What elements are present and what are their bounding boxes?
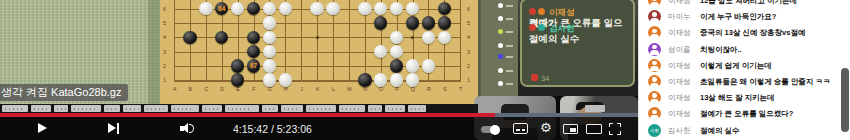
strip-dot [498,29,503,34]
avatar-body [650,66,658,71]
row-label-right: 2 [467,63,470,69]
avatar-head [652,93,657,98]
white-stone [422,59,436,73]
overlay-count: 34 [541,74,549,83]
autoplay-knob [490,125,500,135]
column-label: S [441,86,448,92]
white-stone [231,2,245,16]
go-app-toolbar-button[interactable] [104,105,120,112]
column-label: M [346,86,353,92]
avatar-head [652,61,657,66]
volume-button[interactable] [180,123,194,134]
chat-message-row[interactable]: 이재성13살 해도 잘 지키는데 [639,90,850,106]
column-label: R [425,86,432,92]
tatami-seam [148,0,160,104]
go-app-toolbar-button[interactable] [54,105,68,112]
avatar [648,59,661,72]
black-stone [247,2,261,16]
overlay-chat-zone: 34 이재성절예가 큰 오류를 일으켰다?김사헌절예의 실수 [518,0,638,96]
analysis-side-strip [478,0,518,96]
white-stone [199,2,213,16]
go-app-toolbar-button[interactable] [123,105,141,112]
white-stone [422,31,436,45]
go-app-toolbar-button[interactable] [368,105,382,112]
avatar-body [650,2,658,7]
strip-tick-label [506,18,513,20]
video-player[interactable]: 생각 켜짐 KataGo28b.gz ABCDEFGHJKLMNOPQRST11… [0,0,638,140]
go-app-toolbar-button[interactable] [585,105,605,112]
row-label-left: 3 [163,49,166,55]
strip-dot [498,16,503,21]
theater-mode-button[interactable] [586,124,602,134]
avatar-head [652,0,657,1]
avatar [648,43,661,56]
chat-message-text: 12급 깜도 쳐버리고 이기는데 [700,0,797,8]
move-number-label: 67 [247,62,261,69]
autoplay-toggle[interactable] [481,126,498,133]
avatar [538,24,545,31]
black-stone [422,16,436,30]
chat-message-text: 치팅이잖아.. [700,42,742,57]
column-label: J [298,86,305,92]
chat-author-name: 이재성 [668,74,691,89]
row-label-left: 5 [163,20,166,26]
go-app-toolbar-button[interactable] [71,105,101,112]
avatar-body [650,18,658,23]
chat-message-text: 절예의 실수 [700,123,740,138]
youtube-watch-page: 생각 켜짐 KataGo28b.gz ABCDEFGHJKLMNOPQRST11… [0,0,850,140]
white-stone [390,73,404,87]
white-stone [310,2,324,16]
strip-tick-label [506,70,513,72]
go-board: ABCDEFGHJKLMNOPQRST1122334455666467 [160,0,478,104]
avatar [648,107,661,120]
avatar [648,0,661,7]
go-app-toolbar-button[interactable] [339,105,365,112]
chat-author-name: 이재성 [668,25,691,40]
avatar-head [652,29,657,34]
avatar-body [650,115,658,120]
black-stone [406,16,420,30]
white-stone [358,2,372,16]
black-stone [215,31,229,45]
avatar-head [652,77,657,82]
avatar: 사헌 [648,124,661,137]
spacer [529,33,626,37]
avatar [648,75,661,88]
avatar-body [650,83,658,88]
strip-dot [498,43,503,48]
black-stone [390,59,404,73]
white-stone [263,31,277,45]
next-triangle [108,123,116,133]
overlay-chat-header: 김사헌 [529,23,626,33]
spacer [529,17,626,21]
chat-message-row[interactable]: 마이누이게 누구 바둑인가요? [639,9,850,25]
chat-message-row[interactable]: 이재성절예가 큰 오류를 일으켰다? [639,106,850,122]
chat-message-text: 중국의 13살 신예 장총창vs절예 [700,25,805,40]
white-stone [263,73,277,87]
chat-message-row[interactable]: 이재성12급 깜도 쳐버리고 이기는데 [639,0,850,9]
go-app-toolbar-button[interactable] [262,105,278,112]
row-label-left: 2 [163,63,166,69]
go-app-toolbar-button[interactable] [281,105,303,112]
white-stone [406,2,420,16]
white-stone [326,2,340,16]
chat-message-row[interactable]: 이재성이렇게 쉽게 이기는데 [639,58,850,74]
white-stone [390,31,404,45]
avatar [648,26,661,39]
chat-author-name: 김사헌 [668,123,691,138]
black-stone [231,73,245,87]
strip-dot [498,54,503,59]
strip-tick-label [506,45,513,47]
white-stone [406,59,420,73]
row-label-left: 4 [163,34,166,40]
avatar [648,91,661,104]
chat-message-row[interactable]: 이재성초일류들은 왜 이렇게 승률 안줄지 ㅋㅋ [639,74,850,90]
strip-tick-label [506,5,513,7]
chat-message-text: 절예가 큰 오류를 일으켰다? [700,106,793,121]
avatar-body [650,99,658,104]
strip-dot [498,68,503,73]
strip-tick-label [506,56,513,58]
black-stone [438,2,452,16]
chat-message-row[interactable]: 이재성중국의 13살 신예 장총창vs절예 [639,25,850,41]
row-label-right: 3 [467,49,470,55]
white-stone [406,73,420,87]
grid-line-vertical [460,0,461,81]
row-label-right: 5 [467,20,470,26]
live-dot-icon [529,8,536,15]
white-stone [390,2,404,16]
black-stone [183,31,197,45]
column-label: F [251,86,258,92]
chat-author-name: 마이누 [668,9,691,24]
avatar-head [652,12,657,17]
go-app-toolbar-button[interactable] [202,105,222,112]
avatar [648,10,661,23]
grid-line-horizontal [174,52,461,53]
chat-author-name: 이재성 [668,0,691,8]
play-button[interactable] [38,123,47,133]
speaker-wave [189,124,194,133]
white-stone [263,2,277,16]
engine-status-overlay: 생각 켜짐 KataGo28b.gz [0,84,128,101]
player-controls: 4:15:42 / 5:23:06 ⚙ [0,117,638,140]
avatar-body [650,34,658,39]
black-stone [247,45,261,59]
row-label-right: 6 [467,6,470,12]
strip-dot [498,81,503,86]
white-stone [374,73,388,87]
chat-scrollbar-thumb[interactable] [841,68,849,132]
white-stone [263,16,277,30]
column-label: A [171,86,178,92]
chat-author-name: 이재성 [668,58,691,73]
column-label: D [219,86,226,92]
chat-message-text: 13살 해도 잘 지키는데 [700,90,775,105]
white-stone [263,59,277,73]
white-stone [374,2,388,16]
go-app-toolbar-button[interactable] [225,105,259,112]
black-stone [231,59,245,73]
live-chat-panel: 이재성12급 깜도 쳐버리고 이기는데마이누이게 누구 바둑인가요?이재성중국의… [638,0,850,140]
go-app-toolbar-button[interactable] [144,105,168,112]
strip-edge [478,0,481,96]
overlay-chat-panel: 34 이재성절예가 큰 오류를 일으켰다?김사헌절예의 실수 [520,0,635,87]
time-display: 4:15:42 / 5:23:06 [233,123,312,135]
chat-message-row[interactable]: 사헌김사헌절예의 실수 [639,123,850,139]
star-point [411,36,414,39]
white-stone [263,45,277,59]
chat-message-row[interactable]: 성이름치팅이잖아.. [639,42,850,58]
avatar-head [652,110,657,115]
black-stone [247,31,261,45]
cap [501,104,529,113]
chat-message-text: 초일류들은 왜 이렇게 승률 안줄지 ㅋㅋ [700,74,830,89]
row-label-left: 6 [163,6,166,12]
speaker-cone [182,123,188,133]
grid-line-vertical [174,0,175,81]
row-label-left: 1 [163,77,166,83]
red-badge-icon [531,74,538,81]
row-label-right: 1 [467,77,470,83]
avatar-body [650,50,658,55]
live-dot-icon [529,24,536,31]
column-label: B [187,86,194,92]
column-label: T [457,86,464,92]
next-bar [117,123,119,134]
chat-author-name: 이재성 [668,90,691,105]
chat-message-text: 이렇게 쉽게 이기는데 [700,58,772,73]
grid-line-vertical [301,0,302,81]
fullscreen-button[interactable] [609,123,621,135]
star-point [316,36,319,39]
go-app-toolbar [0,104,478,113]
white-stone [279,2,293,16]
go-app-toolbar-button[interactable] [31,105,51,112]
column-label: L [330,86,337,92]
go-app-toolbar-button[interactable] [2,105,28,112]
avatar [538,8,545,15]
chat-message-text: 이게 누구 바둑인가요? [700,9,776,24]
avatar-initials: 사헌 [648,124,661,137]
black-stone [358,73,372,87]
white-stone [279,73,293,87]
overlay-chat-header: 이재성 [529,7,626,17]
black-stone [374,16,388,30]
white-stone [374,45,388,59]
strip-tick-label [506,31,513,33]
move-number-label: 64 [215,5,229,12]
black-stone [438,16,452,30]
settings-gear-icon[interactable]: ⚙ [540,121,552,135]
column-label: C [203,86,210,92]
strip-tick-label [506,83,513,85]
white-stone [390,45,404,59]
column-label: K [314,86,321,92]
chat-author-name: 이재성 [668,106,691,121]
miniplayer-button[interactable] [563,124,578,134]
avatar-head [652,45,657,50]
go-app-toolbar-button[interactable] [385,105,405,112]
strip-dot [498,3,503,8]
subtitles-button[interactable] [513,123,528,134]
go-app-toolbar-button[interactable] [408,105,426,112]
row-label-right: 4 [467,34,470,40]
go-app-toolbar-button[interactable] [306,105,336,112]
white-stone [438,31,452,45]
go-app-toolbar-button[interactable] [171,105,199,112]
grid-line-vertical [349,0,350,81]
next-button[interactable] [108,123,120,134]
chat-author-name: 성이름 [668,42,691,57]
